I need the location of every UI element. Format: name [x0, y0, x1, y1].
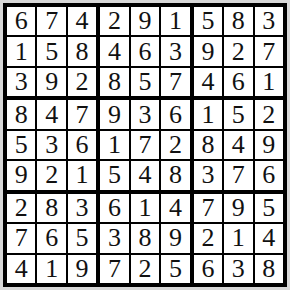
- sudoku-cell-r9c6: 5: [161, 255, 189, 283]
- sudoku-box-22: 795214638: [194, 194, 283, 283]
- sudoku-cell-r3c4: 8: [100, 68, 128, 96]
- sudoku-cell-r3c8: 6: [224, 68, 252, 96]
- sudoku-box-00: 674158392: [7, 7, 96, 96]
- sudoku-cell-r6c7: 3: [194, 161, 222, 189]
- sudoku-cell-r7c3: 3: [68, 194, 96, 222]
- sudoku-cell-r4c7: 1: [194, 100, 222, 128]
- sudoku-cell-r7c7: 7: [194, 194, 222, 222]
- sudoku-cell-r6c1: 9: [7, 161, 35, 189]
- sudoku-cell-r1c9: 3: [255, 7, 283, 35]
- sudoku-cell-r8c9: 4: [255, 224, 283, 252]
- sudoku-cell-r1c7: 5: [194, 7, 222, 35]
- sudoku-cell-r3c3: 2: [68, 68, 96, 96]
- sudoku-cell-r1c2: 7: [37, 7, 65, 35]
- sudoku-cell-r1c4: 2: [100, 7, 128, 35]
- sudoku-cell-r6c3: 1: [68, 161, 96, 189]
- sudoku-cell-r7c9: 5: [255, 194, 283, 222]
- sudoku-cell-r4c6: 6: [161, 100, 189, 128]
- sudoku-cell-r3c9: 1: [255, 68, 283, 96]
- sudoku-cell-r9c4: 7: [100, 255, 128, 283]
- sudoku-board: 6741583922914638575839274618475369219361…: [3, 3, 287, 287]
- sudoku-cell-r4c5: 3: [131, 100, 159, 128]
- sudoku-cell-r8c3: 5: [68, 224, 96, 252]
- sudoku-cell-r3c7: 4: [194, 68, 222, 96]
- sudoku-cell-r5c9: 9: [255, 131, 283, 159]
- sudoku-cell-r9c2: 1: [37, 255, 65, 283]
- sudoku-cell-r3c1: 3: [7, 68, 35, 96]
- sudoku-cell-r5c8: 4: [224, 131, 252, 159]
- sudoku-box-21: 614389725: [100, 194, 189, 283]
- sudoku-cell-r1c3: 4: [68, 7, 96, 35]
- sudoku-cell-r1c8: 8: [224, 7, 252, 35]
- sudoku-cell-r5c4: 1: [100, 131, 128, 159]
- sudoku-cell-r3c5: 5: [131, 68, 159, 96]
- sudoku-cell-r9c3: 9: [68, 255, 96, 283]
- sudoku-box-10: 847536921: [7, 100, 96, 189]
- sudoku-cell-r2c6: 3: [161, 37, 189, 65]
- sudoku-cell-r7c1: 2: [7, 194, 35, 222]
- sudoku-cell-r7c4: 6: [100, 194, 128, 222]
- sudoku-cell-r4c3: 7: [68, 100, 96, 128]
- sudoku-cell-r2c2: 5: [37, 37, 65, 65]
- sudoku-cell-r4c9: 2: [255, 100, 283, 128]
- sudoku-cell-r3c2: 9: [37, 68, 65, 96]
- sudoku-cell-r8c1: 7: [7, 224, 35, 252]
- sudoku-box-11: 936172548: [100, 100, 189, 189]
- sudoku-cell-r1c6: 1: [161, 7, 189, 35]
- sudoku-cell-r8c4: 3: [100, 224, 128, 252]
- sudoku-cell-r5c6: 2: [161, 131, 189, 159]
- sudoku-cell-r8c8: 1: [224, 224, 252, 252]
- sudoku-cell-r4c2: 4: [37, 100, 65, 128]
- sudoku-cell-r9c8: 3: [224, 255, 252, 283]
- sudoku-cell-r8c5: 8: [131, 224, 159, 252]
- sudoku-cell-r6c6: 8: [161, 161, 189, 189]
- sudoku-cell-r9c7: 6: [194, 255, 222, 283]
- sudoku-box-12: 152849376: [194, 100, 283, 189]
- sudoku-cell-r8c7: 2: [194, 224, 222, 252]
- sudoku-cell-r8c6: 9: [161, 224, 189, 252]
- sudoku-cell-r1c1: 6: [7, 7, 35, 35]
- sudoku-cell-r4c4: 9: [100, 100, 128, 128]
- sudoku-cell-r2c4: 4: [100, 37, 128, 65]
- sudoku-cell-r9c1: 4: [7, 255, 35, 283]
- sudoku-cell-r4c8: 5: [224, 100, 252, 128]
- sudoku-cell-r7c6: 4: [161, 194, 189, 222]
- sudoku-cell-r5c2: 3: [37, 131, 65, 159]
- sudoku-cell-r3c6: 7: [161, 68, 189, 96]
- sudoku-cell-r6c4: 5: [100, 161, 128, 189]
- sudoku-box-20: 283765419: [7, 194, 96, 283]
- sudoku-cell-r6c2: 2: [37, 161, 65, 189]
- sudoku-box-02: 583927461: [194, 7, 283, 96]
- sudoku-cell-r9c5: 2: [131, 255, 159, 283]
- sudoku-box-01: 291463857: [100, 7, 189, 96]
- sudoku-cell-r7c2: 8: [37, 194, 65, 222]
- sudoku-cell-r2c9: 7: [255, 37, 283, 65]
- sudoku-cell-r6c9: 6: [255, 161, 283, 189]
- sudoku-cell-r5c7: 8: [194, 131, 222, 159]
- sudoku-cell-r2c8: 2: [224, 37, 252, 65]
- sudoku-cell-r2c7: 9: [194, 37, 222, 65]
- sudoku-cell-r2c3: 8: [68, 37, 96, 65]
- sudoku-cell-r2c1: 1: [7, 37, 35, 65]
- sudoku-cell-r4c1: 8: [7, 100, 35, 128]
- sudoku-cell-r9c9: 8: [255, 255, 283, 283]
- sudoku-cell-r1c5: 9: [131, 7, 159, 35]
- sudoku-cell-r8c2: 6: [37, 224, 65, 252]
- sudoku-cell-r5c5: 7: [131, 131, 159, 159]
- sudoku-cell-r2c5: 6: [131, 37, 159, 65]
- sudoku-cell-r6c5: 4: [131, 161, 159, 189]
- sudoku-cell-r5c1: 5: [7, 131, 35, 159]
- sudoku-cell-r6c8: 7: [224, 161, 252, 189]
- sudoku-cell-r7c5: 1: [131, 194, 159, 222]
- sudoku-cell-r5c3: 6: [68, 131, 96, 159]
- sudoku-cell-r7c8: 9: [224, 194, 252, 222]
